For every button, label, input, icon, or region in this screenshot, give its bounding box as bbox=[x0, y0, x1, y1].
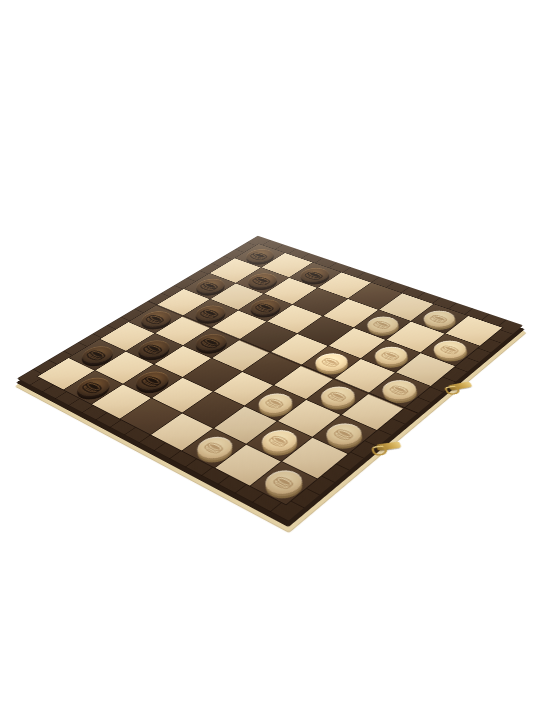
clasp-icon bbox=[376, 441, 402, 450]
checkers-board: ⛂⛂⛂⛂⛂⛂⛂⛂⛂⛂⛂⛂⛂⛂⛂⛂⛂⛂⛂⛂⛂⛂⛂⛂ bbox=[17, 236, 523, 522]
clasp-icon bbox=[448, 381, 473, 390]
board-perspective-wrapper: ⛂⛂⛂⛂⛂⛂⛂⛂⛂⛂⛂⛂⛂⛂⛂⛂⛂⛂⛂⛂⛂⛂⛂⛂ bbox=[72, 154, 468, 550]
playing-grid: ⛂⛂⛂⛂⛂⛂⛂⛂⛂⛂⛂⛂⛂⛂⛂⛂⛂⛂⛂⛂⛂⛂⛂⛂ bbox=[37, 243, 504, 505]
photo-background: ⛂⛂⛂⛂⛂⛂⛂⛂⛂⛂⛂⛂⛂⛂⛂⛂⛂⛂⛂⛂⛂⛂⛂⛂ bbox=[0, 0, 540, 720]
